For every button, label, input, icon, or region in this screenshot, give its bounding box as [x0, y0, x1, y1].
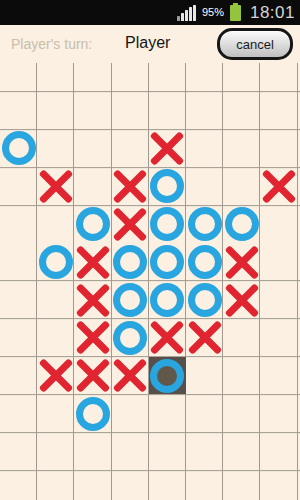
game-board[interactable]: [0, 63, 300, 500]
x-piece: [262, 169, 296, 203]
o-piece: [113, 245, 147, 279]
signal-bars-icon: [177, 5, 196, 21]
o-piece: [188, 207, 222, 241]
x-piece: [225, 283, 259, 317]
x-piece: [113, 207, 147, 241]
x-piece: [113, 359, 147, 393]
battery-icon: [230, 5, 241, 21]
x-piece: [76, 321, 110, 355]
status-bar: 95% 18:01: [0, 0, 300, 25]
x-piece: [113, 169, 147, 203]
o-piece: [76, 397, 110, 431]
turn-label: Player's turn:: [11, 36, 92, 52]
x-piece: [76, 359, 110, 393]
o-piece: [150, 207, 184, 241]
battery-percent: 95%: [202, 7, 224, 18]
turn-value: Player: [125, 34, 170, 52]
o-piece: [150, 245, 184, 279]
x-piece: [150, 321, 184, 355]
x-piece: [39, 169, 73, 203]
x-piece: [188, 321, 222, 355]
x-piece: [39, 359, 73, 393]
header: Player's turn: Player cancel: [0, 25, 300, 63]
o-piece: [188, 245, 222, 279]
o-piece: [150, 283, 184, 317]
clock: 18:01: [250, 4, 295, 21]
x-piece: [150, 131, 184, 165]
o-piece: [225, 207, 259, 241]
x-piece: [76, 245, 110, 279]
last-move-o-piece: [150, 359, 184, 393]
o-piece: [76, 207, 110, 241]
o-piece: [2, 131, 36, 165]
x-piece: [225, 245, 259, 279]
x-piece: [76, 283, 110, 317]
o-piece: [113, 321, 147, 355]
cancel-button[interactable]: cancel: [217, 28, 293, 60]
o-piece: [39, 245, 73, 279]
o-piece: [188, 283, 222, 317]
o-piece: [150, 169, 184, 203]
o-piece: [113, 283, 147, 317]
